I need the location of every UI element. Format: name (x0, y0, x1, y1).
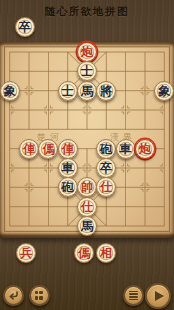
board-piece-red-horse[interactable]: 傌 (38, 139, 58, 159)
board-piece-red-cannon[interactable]: 炮 (77, 42, 97, 62)
play-button[interactable] (145, 283, 171, 309)
board-piece-red-chariot[interactable]: 俥 (58, 139, 78, 159)
tray-piece-red-horse[interactable]: 傌 (74, 243, 94, 263)
tray-piece-black-soldier[interactable]: 卒 (15, 17, 35, 37)
board-piece-black-chariot[interactable]: 車 (58, 158, 78, 178)
board-piece-red-cannon[interactable]: 炮 (135, 139, 155, 159)
play-icon (155, 291, 164, 301)
board-piece-black-general[interactable]: 將 (96, 81, 116, 101)
board-piece-black-elephant[interactable]: 象 (0, 81, 20, 101)
board-piece-red-chariot[interactable]: 俥 (19, 139, 39, 159)
board-piece-black-chariot[interactable]: 車 (116, 139, 136, 159)
tray-piece-red-soldier[interactable]: 兵 (16, 243, 36, 263)
board[interactable]: 楚河 漢界 炮士象士馬將象俥傌俥砲車炮車卒砲帥仕仕馬 (0, 42, 174, 238)
board-piece-black-horse[interactable]: 馬 (77, 216, 97, 236)
grid-icon (35, 291, 44, 300)
tray-piece-red-elephant[interactable]: 相 (96, 243, 116, 263)
board-piece-red-advisor[interactable]: 仕 (77, 197, 97, 217)
menu-button[interactable] (123, 285, 144, 306)
undo-button[interactable] (3, 285, 24, 306)
pieces-grid-button[interactable] (29, 285, 50, 306)
board-piece-black-cannon[interactable]: 砲 (58, 177, 78, 197)
list-icon (129, 291, 138, 301)
board-piece-black-advisor[interactable]: 士 (58, 81, 78, 101)
return-arrow-icon (7, 289, 20, 302)
board-piece-black-cannon[interactable]: 砲 (96, 139, 116, 159)
board-piece-black-horse[interactable]: 馬 (77, 81, 97, 101)
app-screen: 随心所欲地拼图 楚河 漢界 炮士象士馬將象俥傌俥砲車炮車卒砲帥仕仕馬 卒兵傌相 (0, 0, 174, 310)
board-piece-black-elephant[interactable]: 象 (154, 81, 174, 101)
